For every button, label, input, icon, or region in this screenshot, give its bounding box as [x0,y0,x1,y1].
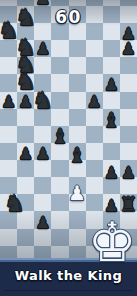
square-c1-r8[interactable] [17,126,34,143]
square-c5-r5[interactable] [86,74,103,91]
square-c3-r4[interactable] [51,57,68,74]
black-pawn-piece[interactable]: ♟ [104,165,118,181]
square-c2-r12[interactable] [34,194,51,211]
square-c7-r5[interactable] [120,74,137,91]
square-c4-r14[interactable] [69,229,86,246]
black-knight-piece[interactable]: ♞ [4,192,25,215]
square-c0-r14[interactable] [0,229,17,246]
square-c1-r10[interactable] [17,160,34,177]
black-pawn-piece[interactable]: ♟ [104,77,118,93]
square-c0-r9[interactable] [0,143,17,160]
black-pawn-piece[interactable]: ♟ [19,146,33,162]
square-c7-r4[interactable] [120,57,137,74]
square-c4-r7[interactable] [69,109,86,126]
black-pawn-piece[interactable]: ♟ [36,215,50,231]
square-c2-r8[interactable] [34,126,51,143]
square-c5-r3[interactable] [86,40,103,57]
black-pawn-piece[interactable]: ♟ [36,41,50,57]
square-c3-r14[interactable] [51,229,68,246]
square-c0-r7[interactable] [0,109,17,126]
square-c4-r4[interactable] [69,57,86,74]
square-c2-r10[interactable] [34,160,51,177]
black-pawn-piece[interactable]: ♟ [121,165,135,181]
black-pawn-piece[interactable]: ♟ [1,94,15,110]
square-c2-r4[interactable] [34,57,51,74]
square-c4-r13[interactable] [69,211,86,228]
square-c4-r3[interactable] [69,40,86,57]
square-c5-r9[interactable] [86,143,103,160]
square-c7-r7[interactable] [120,109,137,126]
black-pawn-piece[interactable]: ♟ [87,94,101,110]
square-c6-r4[interactable] [103,57,120,74]
square-c4-r5[interactable] [69,74,86,91]
game-screen: ♟♞♞♟♞♟♟♞♞♟♟♟♞♟♝♝♟♟♝♟♟♟♞♟♜♟♚ 60 Walk the … [0,0,137,296]
square-c5-r10[interactable] [86,160,103,177]
square-c7-r6[interactable] [120,92,137,109]
banner-divider [4,290,133,291]
square-c5-r11[interactable] [86,177,103,194]
black-pawn-piece[interactable]: ♟ [121,41,135,57]
square-c5-r12[interactable] [86,194,103,211]
square-c3-r3[interactable] [51,40,68,57]
square-c0-r8[interactable] [0,126,17,143]
white-pawn-piece[interactable]: ♟ [68,183,86,203]
square-c5-r7[interactable] [86,109,103,126]
square-c1-r14[interactable] [17,229,34,246]
square-c6-r3[interactable] [103,40,120,57]
black-bishop-piece[interactable]: ♝ [51,126,69,146]
square-c3-r11[interactable] [51,177,68,194]
square-c3-r13[interactable] [51,211,68,228]
square-c0-r10[interactable] [0,160,17,177]
square-c7-r9[interactable] [120,143,137,160]
move-counter: 60 [0,7,137,27]
black-knight-piece[interactable]: ♞ [33,89,54,112]
black-pawn-piece[interactable]: ♟ [36,146,50,162]
white-king-piece[interactable]: ♚ [88,216,136,270]
square-c4-r6[interactable] [69,92,86,109]
black-bishop-piece[interactable]: ♝ [102,110,120,130]
square-c4-r8[interactable] [69,126,86,143]
square-c5-r4[interactable] [86,57,103,74]
black-bishop-piece[interactable]: ♝ [68,145,86,165]
square-c3-r12[interactable] [51,194,68,211]
square-c2-r11[interactable] [34,177,51,194]
square-c6-r9[interactable] [103,143,120,160]
square-c3-r6[interactable] [51,92,68,109]
square-c6-r6[interactable] [103,92,120,109]
square-c3-r10[interactable] [51,160,68,177]
square-c7-r8[interactable] [120,126,137,143]
square-c5-r8[interactable] [86,126,103,143]
square-c3-r7[interactable] [51,109,68,126]
black-pawn-piece[interactable]: ♟ [19,94,33,110]
square-c3-r5[interactable] [51,74,68,91]
